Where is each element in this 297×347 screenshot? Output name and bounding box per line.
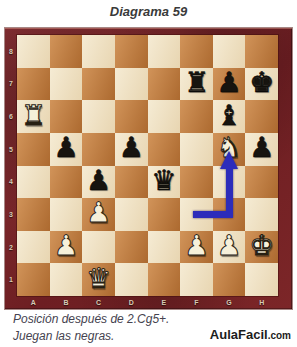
square-a7 — [17, 68, 50, 101]
file-label-b: B — [50, 296, 83, 309]
square-d2 — [115, 231, 148, 264]
square-e7 — [148, 68, 181, 101]
square-b2: ♟ — [50, 231, 83, 264]
square-g5: ♞ — [213, 133, 246, 166]
white-pawn-f2: ♟ — [184, 232, 209, 260]
square-h5: ♟ — [245, 133, 278, 166]
rank-label-8: 8 — [5, 35, 17, 68]
square-g4 — [213, 166, 246, 199]
rank-label-6: 6 — [5, 100, 17, 133]
square-c5 — [82, 133, 115, 166]
black-pawn-h5: ♟ — [249, 134, 274, 162]
white-pawn-c3: ♟ — [86, 199, 111, 227]
lesson-page: Diagrama 59 87654321 ♜♟♚♜♝♟♟♞♟♟♛♟♟♟♟♚♛ A… — [0, 0, 297, 347]
chess-board-frame: 87654321 ♜♟♚♜♝♟♟♞♟♟♛♟♟♟♟♚♛ ABCDEFGH — [5, 28, 292, 309]
black-bishop-g6: ♝ — [217, 102, 242, 130]
white-king-h2: ♚ — [249, 232, 274, 260]
square-e4: ♛ — [148, 166, 181, 199]
white-rook-a6: ♜ — [21, 102, 46, 130]
chess-board: ♜♟♚♜♝♟♟♞♟♟♛♟♟♟♟♚♛ — [17, 35, 278, 296]
rank-label-1: 1 — [5, 263, 17, 296]
square-d4 — [115, 166, 148, 199]
square-b5: ♟ — [50, 133, 83, 166]
caption-line-2: Juegan las negras. — [13, 328, 169, 345]
square-h6 — [245, 100, 278, 133]
black-pawn-g7: ♟ — [217, 69, 242, 97]
black-pawn-b5: ♟ — [53, 134, 78, 162]
square-a6: ♜ — [17, 100, 50, 133]
square-b8 — [50, 35, 83, 68]
caption-line-1: Posición después de 2.Cg5+. — [13, 311, 169, 328]
square-h3 — [245, 198, 278, 231]
square-e3 — [148, 198, 181, 231]
square-c1: ♛ — [82, 263, 115, 296]
black-king-h7: ♚ — [249, 69, 274, 97]
rank-label-2: 2 — [5, 231, 17, 264]
caption: Posición después de 2.Cg5+. Juegan las n… — [13, 311, 169, 345]
rank-label-7: 7 — [5, 68, 17, 101]
square-b6 — [50, 100, 83, 133]
file-label-d: D — [115, 296, 148, 309]
square-c7 — [82, 68, 115, 101]
square-c4: ♟ — [82, 166, 115, 199]
black-pawn-d5: ♟ — [119, 134, 144, 162]
file-label-f: F — [180, 296, 213, 309]
square-g3 — [213, 198, 246, 231]
white-pawn-g2: ♟ — [217, 232, 242, 260]
square-e6 — [148, 100, 181, 133]
square-f8 — [180, 35, 213, 68]
square-f1 — [180, 263, 213, 296]
square-h2: ♚ — [245, 231, 278, 264]
square-e1 — [148, 263, 181, 296]
square-d6 — [115, 100, 148, 133]
square-h1 — [245, 263, 278, 296]
square-b3 — [50, 198, 83, 231]
square-h7: ♚ — [245, 68, 278, 101]
square-g1 — [213, 263, 246, 296]
square-e8 — [148, 35, 181, 68]
rank-labels: 87654321 — [5, 35, 17, 296]
square-b1 — [50, 263, 83, 296]
square-c2 — [82, 231, 115, 264]
file-label-h: H — [245, 296, 278, 309]
square-e5 — [148, 133, 181, 166]
square-d5: ♟ — [115, 133, 148, 166]
square-f6 — [180, 100, 213, 133]
square-f2: ♟ — [180, 231, 213, 264]
white-knight-g5: ♞ — [217, 134, 242, 162]
black-queen-e4: ♛ — [151, 167, 176, 195]
square-b7 — [50, 68, 83, 101]
square-g7: ♟ — [213, 68, 246, 101]
square-a3 — [17, 198, 50, 231]
square-f5 — [180, 133, 213, 166]
square-a8 — [17, 35, 50, 68]
square-c6 — [82, 100, 115, 133]
square-d1 — [115, 263, 148, 296]
square-f7: ♜ — [180, 68, 213, 101]
square-a2 — [17, 231, 50, 264]
square-f3 — [180, 198, 213, 231]
square-a4 — [17, 166, 50, 199]
rank-label-5: 5 — [5, 133, 17, 166]
square-f4 — [180, 166, 213, 199]
square-g8 — [213, 35, 246, 68]
black-pawn-c4: ♟ — [86, 167, 111, 195]
square-h4 — [245, 166, 278, 199]
square-c3: ♟ — [82, 198, 115, 231]
white-pawn-b2: ♟ — [53, 232, 78, 260]
aulafacil-logo: AulaFacil.com — [210, 325, 291, 343]
black-rook-f7: ♜ — [184, 69, 209, 97]
white-queen-c1: ♛ — [86, 265, 111, 293]
square-d7 — [115, 68, 148, 101]
logo-name: AulaFacil — [210, 327, 268, 342]
rank-label-3: 3 — [5, 198, 17, 231]
square-d8 — [115, 35, 148, 68]
file-label-e: E — [148, 296, 181, 309]
file-label-a: A — [17, 296, 50, 309]
square-g6: ♝ — [213, 100, 246, 133]
square-h8 — [245, 35, 278, 68]
square-b4 — [50, 166, 83, 199]
square-a5 — [17, 133, 50, 166]
file-label-c: C — [82, 296, 115, 309]
square-e2 — [148, 231, 181, 264]
file-labels: ABCDEFGH — [17, 296, 278, 309]
square-a1 — [17, 263, 50, 296]
rank-label-4: 4 — [5, 166, 17, 199]
file-label-g: G — [213, 296, 246, 309]
logo-tld: .com — [268, 330, 291, 341]
square-g2: ♟ — [213, 231, 246, 264]
square-d3 — [115, 198, 148, 231]
diagram-title: Diagrama 59 — [0, 4, 297, 19]
square-c8 — [82, 35, 115, 68]
